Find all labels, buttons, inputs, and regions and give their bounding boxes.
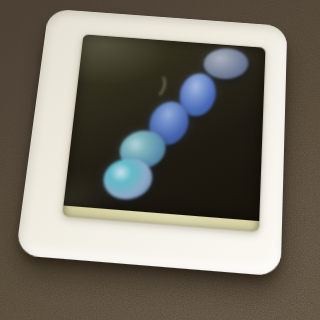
gem-box <box>16 9 288 277</box>
opal-1-top-right <box>203 47 250 80</box>
glass-lid <box>63 34 265 221</box>
photo-scene <box>0 0 320 320</box>
opal-5-bottom-left <box>101 155 156 204</box>
opal-3-middle <box>142 96 195 152</box>
glass-reflection-crescent <box>145 71 168 98</box>
box-recess <box>62 34 265 231</box>
gem-layer <box>63 34 265 221</box>
opal-4 <box>115 126 170 174</box>
opal-2 <box>174 69 220 120</box>
